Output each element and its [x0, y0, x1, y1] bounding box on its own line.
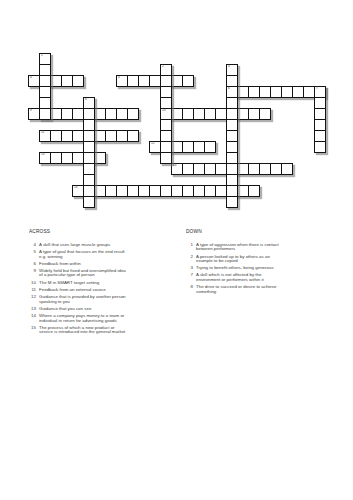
clue-across-6: 6Feedback from within — [29, 261, 164, 266]
grid-cell[interactable] — [161, 153, 171, 163]
down-1-word-block — [39, 53, 51, 120]
clue-number: 1 — [186, 242, 193, 251]
grid-cell[interactable] — [84, 164, 94, 175]
down-2-word-block — [160, 64, 172, 164]
grid-cell[interactable] — [260, 109, 270, 119]
grid-cell[interactable] — [315, 109, 325, 120]
grid-cell[interactable] — [205, 142, 215, 152]
grid-cell[interactable] — [84, 142, 94, 153]
grid-cell[interactable] — [205, 109, 216, 119]
grid-cell[interactable] — [183, 142, 194, 152]
down-3-word-block — [226, 64, 238, 208]
clue-across-11: 11Feedback from an external source — [29, 287, 164, 292]
grid-cell[interactable] — [172, 186, 183, 196]
across-clue-list: 4A skill that uses large muscle groups5A… — [29, 242, 164, 334]
clue-text: A skill that uses large muscle groups — [39, 242, 128, 247]
grid-cell[interactable] — [40, 65, 50, 76]
clue-across-9: 9Widely held but fixed and oversimplifie… — [29, 268, 164, 277]
clue-text: A type of goal that focuses on the end r… — [39, 249, 128, 258]
grid-cell[interactable] — [183, 164, 194, 174]
clue-number: 15 — [29, 325, 36, 334]
grid-cell[interactable] — [117, 186, 128, 196]
grid-cell[interactable] — [161, 109, 171, 120]
grid-cell[interactable] — [238, 164, 249, 174]
grid-cell[interactable] — [106, 131, 117, 141]
grid-cell[interactable] — [194, 164, 205, 174]
clue-across-14: 14Where a company pays money to a team o… — [29, 313, 164, 322]
grid-cell[interactable] — [139, 76, 150, 86]
clue-number: 11 — [29, 287, 36, 292]
grid-cell[interactable] — [161, 87, 171, 98]
grid-cell[interactable] — [227, 153, 237, 164]
down-header: DOWN — [186, 229, 321, 234]
down-clue-column: DOWN 1A type of aggression when there is… — [186, 229, 321, 296]
grid-cell[interactable] — [161, 142, 171, 153]
grid-cell[interactable] — [139, 186, 150, 196]
grid-cell[interactable] — [194, 109, 205, 119]
grid-cell[interactable] — [172, 109, 183, 119]
down-clue-list: 1A type of aggression when there is cont… — [186, 242, 321, 294]
grid-cell[interactable] — [194, 142, 205, 152]
grid-cell[interactable] — [161, 186, 172, 196]
grid-cell[interactable] — [40, 87, 50, 98]
grid-cell[interactable] — [293, 87, 304, 97]
grid-cell[interactable] — [62, 131, 73, 141]
clue-number: 13 — [29, 306, 36, 311]
clue-number: 8 — [186, 285, 193, 294]
grid-cell[interactable] — [84, 153, 94, 164]
grid-cell[interactable] — [227, 197, 237, 207]
clue-across-13: 13Guidance that you can see — [29, 306, 164, 311]
clue-text: The M in SMART target setting — [39, 280, 128, 285]
grid-cell[interactable] — [62, 153, 73, 163]
clue-text: A type of aggression when there is conta… — [196, 242, 285, 251]
grid-cell[interactable] — [51, 131, 62, 141]
grid-cell[interactable] — [95, 186, 106, 196]
grid-cell[interactable] — [84, 120, 94, 131]
clue-number: 2 — [186, 254, 193, 263]
grid-cell[interactable] — [84, 98, 94, 109]
grid-cell[interactable] — [161, 98, 171, 109]
down-8-word-block — [83, 97, 95, 208]
grid-cell[interactable] — [238, 186, 249, 196]
clue-across-10: 10The M in SMART target setting — [29, 280, 164, 285]
across-10-word-block — [160, 108, 271, 120]
grid-cell[interactable] — [271, 164, 282, 174]
grid-cell[interactable] — [62, 76, 73, 86]
grid-cell[interactable] — [194, 186, 205, 196]
clue-number: 3 — [186, 266, 193, 271]
down-7-word-block — [314, 86, 326, 153]
grid-cell[interactable] — [227, 142, 237, 153]
across-clue-column: ACROSS 4A skill that uses large muscle g… — [29, 229, 164, 337]
grid-cell[interactable] — [172, 142, 183, 152]
clue-down-7: 7A skill which is not affected by the en… — [186, 273, 321, 282]
grid-cell[interactable] — [128, 186, 139, 196]
grid-cell[interactable] — [238, 109, 249, 119]
clue-text: Trying to benefit others, being generous — [196, 266, 285, 271]
across-5-word-block — [116, 75, 194, 87]
clue-text: A person looked up to by others as an ex… — [196, 254, 285, 263]
clue-text: Feedback from within — [39, 261, 128, 266]
grid-cell[interactable] — [172, 76, 183, 86]
grid-cell[interactable] — [227, 131, 237, 142]
grid-cell[interactable] — [84, 131, 94, 142]
grid-cell[interactable] — [227, 109, 237, 120]
grid-cell[interactable] — [227, 186, 237, 197]
grid-cell[interactable] — [282, 164, 292, 174]
grid-cell[interactable] — [271, 87, 282, 97]
grid-cell[interactable] — [51, 76, 62, 86]
grid-cell[interactable] — [205, 164, 216, 174]
grid-cell[interactable] — [84, 186, 94, 197]
grid-cell[interactable] — [205, 186, 216, 196]
grid-cell[interactable] — [227, 175, 237, 186]
grid-cell[interactable] — [73, 76, 83, 86]
clue-text: Guidance that you can see — [39, 306, 128, 311]
grid-cell[interactable] — [315, 87, 325, 98]
grid-cell[interactable] — [128, 131, 138, 141]
crossword-worksheet: 456910111213141512378 ACROSS 4A skill th… — [0, 0, 353, 500]
grid-cell[interactable] — [117, 109, 128, 119]
grid-cell[interactable] — [161, 65, 171, 76]
clue-down-1: 1A type of aggression when there is cont… — [186, 242, 321, 251]
grid-cell[interactable] — [183, 109, 194, 119]
grid-cell[interactable] — [95, 131, 106, 141]
grid-cell[interactable] — [315, 120, 325, 131]
clue-number: 14 — [29, 313, 36, 322]
grid-cell[interactable] — [40, 98, 50, 109]
clue-text: Widely held but fixed and oversimplified… — [39, 268, 128, 277]
clue-number: 5 — [29, 249, 36, 258]
grid-cell[interactable] — [128, 109, 138, 119]
grid-cell[interactable] — [227, 76, 237, 87]
grid-cell[interactable] — [282, 87, 293, 97]
clue-down-8: 8The drive to succeed or desire to achie… — [186, 285, 321, 294]
grid-cell[interactable] — [227, 98, 237, 109]
grid-cell[interactable] — [40, 54, 50, 65]
grid-cell[interactable] — [227, 87, 237, 98]
across-13-word-block — [39, 152, 106, 164]
grid-cell[interactable] — [51, 153, 62, 163]
clue-number: 4 — [29, 242, 36, 247]
grid-cell[interactable] — [84, 109, 94, 120]
grid-cell[interactable] — [117, 76, 128, 86]
clue-number: 6 — [29, 261, 36, 266]
grid-cell[interactable] — [183, 186, 194, 196]
grid-cell[interactable] — [260, 164, 271, 174]
grid-cell[interactable] — [227, 65, 237, 76]
clue-number: 10 — [29, 280, 36, 285]
grid-cell[interactable] — [128, 76, 139, 86]
grid-cell[interactable] — [249, 87, 260, 97]
clue-text: The drive to succeed or desire to achiev… — [196, 285, 285, 294]
grid-cell[interactable] — [315, 98, 325, 109]
clue-text: The process of which a new product or se… — [39, 325, 128, 334]
grid-cell[interactable] — [40, 76, 50, 87]
grid-cell[interactable] — [106, 186, 117, 196]
grid-cell[interactable] — [249, 164, 260, 174]
clue-text: Where a company pays money to a team or … — [39, 313, 128, 322]
grid-cell[interactable] — [172, 164, 183, 174]
grid-cell[interactable] — [315, 131, 325, 142]
grid-cell[interactable] — [161, 76, 171, 87]
across-header: ACROSS — [29, 229, 164, 234]
across-4-word-block — [28, 75, 84, 87]
clue-text: Feedback from an external source — [39, 287, 128, 292]
grid-cell[interactable] — [150, 186, 161, 196]
grid-cell[interactable] — [84, 175, 94, 186]
clue-number: 12 — [29, 294, 36, 303]
clue-across-4: 4A skill that uses large muscle groups — [29, 242, 164, 247]
grid-cell[interactable] — [260, 87, 271, 97]
clue-down-3: 3Trying to benefit others, being generou… — [186, 266, 321, 271]
grid-cell[interactable] — [95, 153, 105, 163]
grid-cell[interactable] — [106, 109, 117, 119]
clue-down-2: 2A person looked up to by others as an e… — [186, 254, 321, 263]
grid-cell[interactable] — [95, 109, 106, 119]
clue-number: 7 — [186, 273, 193, 282]
grid-cell[interactable] — [161, 131, 171, 142]
across-6-word-block — [226, 86, 326, 98]
clue-across-12: 12Guidance that is provided by another p… — [29, 294, 164, 303]
grid-cell[interactable] — [238, 87, 249, 97]
grid-cell[interactable] — [40, 131, 51, 141]
grid-cell[interactable] — [84, 197, 94, 207]
grid-cell[interactable] — [62, 109, 73, 119]
grid-cell[interactable] — [51, 109, 62, 119]
grid-cell[interactable] — [117, 131, 128, 141]
grid-cell[interactable] — [40, 153, 51, 163]
grid-cell[interactable] — [249, 186, 259, 196]
grid-cell[interactable] — [227, 164, 237, 175]
crossword-grid: 456910111213141512378 — [28, 53, 328, 211]
grid-cell[interactable] — [249, 109, 260, 119]
clue-text: Guidance that is provided by another per… — [39, 294, 128, 303]
clue-across-5: 5A type of goal that focuses on the end … — [29, 249, 164, 258]
grid-cell[interactable] — [161, 120, 171, 131]
grid-cell[interactable] — [315, 142, 325, 152]
clue-across-15: 15The process of which a new product or … — [29, 325, 164, 334]
clue-text: A skill which is not affected by the env… — [196, 273, 285, 282]
grid-cell[interactable] — [227, 120, 237, 131]
grid-cell[interactable] — [183, 76, 193, 86]
clue-number: 9 — [29, 268, 36, 277]
grid-cell[interactable] — [40, 109, 50, 119]
